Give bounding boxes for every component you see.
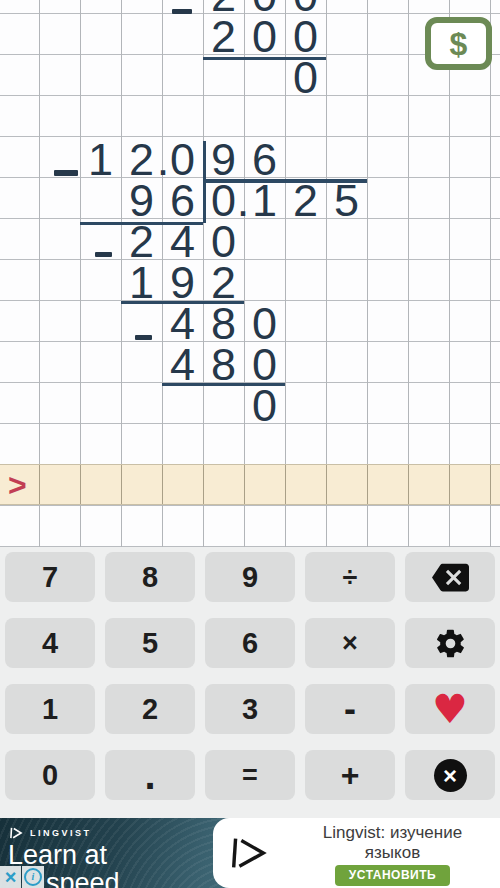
division-cell-r4c2: 1 [80,136,121,177]
minus-sign [172,9,192,14]
prompt-caret: > [8,467,27,503]
key-circle-x[interactable]: × [405,750,495,800]
dollar-icon: $ [450,28,468,60]
lingvist-logo-icon [8,826,24,840]
division-line [121,301,244,304]
decimal-point: . [236,177,250,218]
close-circle-icon: × [434,759,467,792]
key-label: × [342,628,358,659]
division-cell-r8c5: 8 [203,300,244,341]
key-label: = [242,760,258,791]
ad-banner[interactable]: LINGVIST Learn at speed Lingvist: изучен… [0,818,500,888]
lingvist-app-icon[interactable] [213,818,283,888]
ad-brand-text: LINGVIST [30,828,92,839]
key-8[interactable]: 8 [105,552,195,602]
key-label: 4 [42,627,58,660]
division-cell-r7c4: 9 [162,259,203,300]
key-label: 2 [142,693,158,726]
key-label: 0 [42,759,58,792]
key-decimal[interactable]: . [105,750,195,800]
division-cell-r1c7: 0 [285,13,326,54]
division-cell-r8c4: 4 [162,300,203,341]
division-cell-r4c5: 9 [203,136,244,177]
division-cell-r10c6: 0 [244,382,285,423]
division-cell-r2c7: 0 [285,54,326,95]
key-label: 5 [142,627,158,660]
division-cell-r8c6: 0 [244,300,285,341]
ad-app-title-line1: Lingvist: изучение [285,822,500,843]
division-cell-r9c4: 4 [162,341,203,382]
division-cell-r5c6: 1 [244,177,285,218]
division-line [203,57,326,60]
backspace-icon [432,559,469,596]
division-cell-r5c7: 2 [285,177,326,218]
division-line [162,383,285,386]
division-cell-r9c5: 8 [203,341,244,382]
key-label: 1 [42,693,58,726]
division-line [203,179,367,183]
key-label: 8 [142,561,158,594]
key-plus[interactable]: + [305,750,395,800]
minus-sign [95,252,112,257]
ad-info-button[interactable]: i [22,866,44,888]
key-5[interactable]: 5 [105,618,195,668]
key-equals[interactable]: = [205,750,295,800]
key-2[interactable]: 2 [105,684,195,734]
ad-brand-row: LINGVIST [8,826,92,840]
division-cell-r1c5: 2 [203,13,244,54]
key-divide[interactable]: ÷ [305,552,395,602]
division-cell-r4c6: 6 [244,136,285,177]
key-multiply[interactable]: × [305,618,395,668]
key-label: - [344,688,356,730]
calculator-keyboard: 789÷456×123-♥0.=+× [0,547,500,818]
division-cell-r1c6: 0 [244,13,285,54]
key-0[interactable]: 0 [5,750,95,800]
gear-icon [434,627,467,660]
key-gear[interactable] [405,618,495,668]
division-cell-r9c6: 0 [244,341,285,382]
key-label: 9 [242,561,258,594]
key-heart[interactable]: ♥ [405,684,495,734]
key-minus[interactable]: - [305,684,395,734]
division-cell-r7c5: 2 [203,259,244,300]
answer-input-row[interactable]: > [0,464,500,505]
ad-close-button[interactable]: × [0,866,21,888]
key-7[interactable]: 7 [5,552,95,602]
division-cell-r5c8: 5 [326,177,367,218]
key-backspace[interactable] [405,552,495,602]
key-9[interactable]: 9 [205,552,295,602]
key-6[interactable]: 6 [205,618,295,668]
key-label: ÷ [343,562,358,593]
key-1[interactable]: 1 [5,684,95,734]
decimal-point: . [156,136,170,177]
division-line [80,222,203,225]
info-icon: i [24,868,42,886]
division-cell-r7c3: 1 [121,259,162,300]
ad-text-block: Lingvist: изучение языков УСТАНОВИТЬ [285,818,500,888]
money-bonus-button[interactable]: $ [425,17,492,70]
lingvist-logo-icon [225,832,271,874]
key-label: + [341,757,360,794]
key-label: . [144,753,155,798]
division-cell-r5c3: 9 [121,177,162,218]
app-screen: $ 2002000120969601252401924804800.. > 78… [0,0,500,888]
ad-app-title-line2: языков [285,843,500,863]
heart-icon: ♥ [432,689,468,729]
key-label: 3 [242,693,258,726]
key-label: 7 [42,561,58,594]
minus-sign [135,335,152,340]
key-3[interactable]: 3 [205,684,295,734]
ad-headline-line2: speed [46,869,120,888]
minus-sign [54,170,78,176]
key-label: 6 [242,627,258,660]
install-button[interactable]: УСТАНОВИТЬ [335,865,450,886]
key-4[interactable]: 4 [5,618,95,668]
